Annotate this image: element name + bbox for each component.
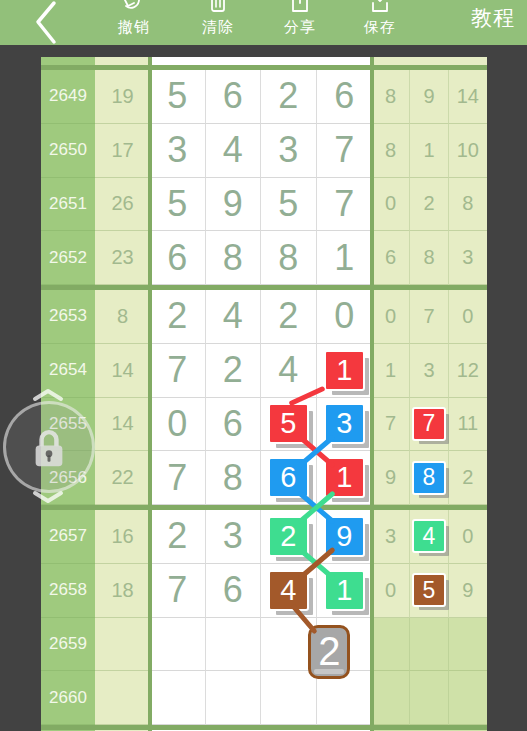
extra-cell[interactable] <box>449 671 487 725</box>
mark-box-blue[interactable]: 3 <box>324 403 365 444</box>
table-row-2658: 2658187641059 <box>41 564 487 618</box>
extra-cell[interactable]: 4 <box>410 510 448 564</box>
extra-cell[interactable] <box>410 671 448 725</box>
period-cell: 2652 <box>41 231 95 285</box>
digit-cell[interactable]: 6 <box>317 70 373 124</box>
extra-cell[interactable]: 8 <box>410 451 448 505</box>
extra-cell[interactable]: 11 <box>449 398 487 452</box>
grid-thick-line-vertical <box>148 57 152 731</box>
digit-cell[interactable]: 7 <box>150 564 206 618</box>
digit-cell[interactable]: 2 <box>261 290 317 344</box>
digit-cell[interactable] <box>150 671 206 725</box>
digit-cell[interactable]: 1 <box>317 344 373 398</box>
digit-cell[interactable]: 9 <box>206 178 262 232</box>
group-separator <box>41 65 487 70</box>
digit-cell[interactable]: 4 <box>206 290 262 344</box>
period-cell: 2650 <box>41 124 95 178</box>
digit-cell[interactable]: 2 <box>261 70 317 124</box>
previous-row-sliver <box>41 57 487 65</box>
digit-cell[interactable]: 3 <box>206 510 262 564</box>
extra-cell[interactable]: 7 <box>410 290 448 344</box>
table-row-2650: 26501734378110 <box>41 124 487 178</box>
period-cell: 2653 <box>41 290 95 344</box>
lock-control[interactable] <box>3 401 95 493</box>
sum-cell: 14 <box>95 398 150 452</box>
digit-cell[interactable]: 5 <box>261 178 317 232</box>
extra-cell[interactable]: 3 <box>372 510 410 564</box>
digit-cell[interactable]: 5 <box>150 178 206 232</box>
extra-cell[interactable]: 0 <box>372 564 410 618</box>
table-row-2655: 26551406537711 <box>41 398 487 452</box>
table-row-2659: 26592 <box>41 618 487 672</box>
digit-cell[interactable]: 4 <box>206 124 262 178</box>
digit-cell[interactable]: 7 <box>317 124 373 178</box>
digit-cell[interactable]: 0 <box>317 290 373 344</box>
mark-box-green[interactable]: 1 <box>324 570 365 611</box>
table-row-2654: 26541472411312 <box>41 344 487 398</box>
digit-cell[interactable]: 2 <box>150 510 206 564</box>
share-button[interactable]: 分享 <box>268 0 332 45</box>
tutorial-button[interactable]: 教程 <box>471 4 515 32</box>
sum-cell: 18 <box>95 564 150 618</box>
table-row-2656: 2656227861982 <box>41 451 487 505</box>
digit-cell[interactable] <box>317 671 373 725</box>
digit-cell[interactable]: 8 <box>206 451 262 505</box>
mark-box-blue[interactable]: 6 <box>268 457 309 498</box>
extra-cell[interactable]: 3 <box>449 231 487 285</box>
digit-cell[interactable]: 6 <box>150 231 206 285</box>
digit-cell[interactable]: 8 <box>206 231 262 285</box>
extra-cell[interactable]: 0 <box>372 290 410 344</box>
table-row-2649: 26491956268914 <box>41 70 487 124</box>
clear-label: 清除 <box>202 18 234 37</box>
digit-cell[interactable]: 3 <box>150 124 206 178</box>
extra-cell[interactable] <box>449 618 487 672</box>
extra-cell[interactable]: 9 <box>449 564 487 618</box>
trend-table: 2649195626891426501734378110265126595702… <box>41 57 487 731</box>
digit-cell[interactable]: 1 <box>317 231 373 285</box>
extra-cell[interactable]: 2 <box>410 178 448 232</box>
digit-cell[interactable]: 9 <box>317 510 373 564</box>
sum-cell: 8 <box>95 290 150 344</box>
extra-cell[interactable] <box>372 618 410 672</box>
table-row-2653: 265382420070 <box>41 290 487 344</box>
extra-cell[interactable]: 10 <box>449 124 487 178</box>
extra-cell[interactable]: 14 <box>449 70 487 124</box>
period-cell: 2659 <box>41 618 95 672</box>
digit-cell[interactable]: 1 <box>317 564 373 618</box>
period-cell: 2657 <box>41 510 95 564</box>
digit-cell[interactable]: 4 <box>261 344 317 398</box>
undo-button[interactable]: 撤销 <box>102 0 166 45</box>
digit-cell[interactable]: 0 <box>150 398 206 452</box>
mark-box-brown[interactable]: 5 <box>412 573 446 607</box>
extra-cell[interactable]: 9 <box>410 70 448 124</box>
sum-cell <box>95 618 150 672</box>
digit-cell[interactable]: 6 <box>206 70 262 124</box>
digit-cell[interactable]: 6 <box>206 564 262 618</box>
table-row-2657: 2657162329340 <box>41 510 487 564</box>
trash-icon <box>206 0 230 15</box>
extra-cell[interactable]: 8 <box>449 178 487 232</box>
grid-thick-line-vertical <box>370 57 374 731</box>
digit-cell[interactable]: 7 <box>317 178 373 232</box>
extra-cell[interactable]: 1 <box>410 124 448 178</box>
undo-label: 撤销 <box>118 18 150 37</box>
digit-cell[interactable]: 7 <box>150 451 206 505</box>
sum-cell: 16 <box>95 510 150 564</box>
digit-cell[interactable]: 7 <box>150 344 206 398</box>
sum-cell: 17 <box>95 124 150 178</box>
digit-cell[interactable]: 1 <box>317 451 373 505</box>
back-chevron-icon <box>32 0 60 45</box>
digit-cell[interactable]: 6 <box>206 398 262 452</box>
undo-icon <box>122 0 146 15</box>
scroll-down-chevron[interactable] <box>30 490 66 504</box>
digit-cell[interactable] <box>261 671 317 725</box>
table-rows: 2649195626891426501734378110265126595702… <box>41 70 487 725</box>
extra-cell[interactable]: 8 <box>410 231 448 285</box>
pending-mark-box[interactable]: 2 <box>308 625 350 679</box>
digit-cell[interactable]: 2 <box>317 618 373 672</box>
digit-cell[interactable] <box>150 618 206 672</box>
sum-cell: 22 <box>95 451 150 505</box>
mark-box-blue[interactable]: 9 <box>324 516 365 557</box>
app-screen: 撤销 清除 分享 保存 教程 <box>0 0 527 731</box>
sum-cell: 19 <box>95 70 150 124</box>
extra-cell[interactable]: 0 <box>449 290 487 344</box>
digit-cell[interactable]: 2 <box>206 344 262 398</box>
extra-cell[interactable]: 8 <box>372 70 410 124</box>
digit-cell[interactable]: 2 <box>261 510 317 564</box>
table-row-2660: 2660 <box>41 671 487 725</box>
table-row-2651: 2651265957028 <box>41 178 487 232</box>
digit-cell[interactable]: 8 <box>261 231 317 285</box>
mark-box-green[interactable]: 4 <box>412 519 446 553</box>
extra-cell[interactable]: 1 <box>372 344 410 398</box>
sum-cell: 14 <box>95 344 150 398</box>
toolbar: 撤销 清除 分享 保存 教程 <box>0 0 527 45</box>
digit-cell[interactable] <box>206 671 262 725</box>
digit-cell[interactable]: 5 <box>150 70 206 124</box>
extra-cell[interactable]: 7 <box>410 398 448 452</box>
save-label: 保存 <box>364 18 396 37</box>
extra-cell[interactable] <box>372 671 410 725</box>
scroll-up-chevron[interactable] <box>30 388 66 402</box>
digit-cell[interactable]: 3 <box>261 124 317 178</box>
group-separator <box>41 725 487 730</box>
period-cell: 2660 <box>41 671 95 725</box>
back-button[interactable] <box>26 0 66 45</box>
mark-box-red[interactable]: 5 <box>268 403 309 444</box>
sum-cell <box>95 671 150 725</box>
share-icon <box>288 0 312 15</box>
digit-cell[interactable]: 4 <box>261 564 317 618</box>
sum-cell: 26 <box>95 178 150 232</box>
extra-cell[interactable]: 7 <box>372 398 410 452</box>
clear-button[interactable]: 清除 <box>186 0 250 45</box>
save-icon <box>368 0 392 15</box>
digit-cell[interactable]: 2 <box>150 290 206 344</box>
share-label: 分享 <box>284 18 316 37</box>
table-row-2652: 2652236881683 <box>41 231 487 285</box>
mark-box-red[interactable]: 7 <box>412 407 446 441</box>
digit-cell[interactable] <box>206 618 262 672</box>
extra-cell[interactable]: 6 <box>372 231 410 285</box>
digit-cell[interactable]: 3 <box>317 398 373 452</box>
digit-cell[interactable]: 5 <box>261 398 317 452</box>
period-cell: 2651 <box>41 178 95 232</box>
mark-box-red[interactable]: 1 <box>324 350 365 391</box>
period-cell: 2658 <box>41 564 95 618</box>
mark-box-blue[interactable]: 8 <box>412 461 446 495</box>
extra-cell[interactable] <box>410 618 448 672</box>
extra-cell[interactable]: 12 <box>449 344 487 398</box>
sum-cell: 23 <box>95 231 150 285</box>
extra-cell[interactable]: 5 <box>410 564 448 618</box>
extra-cell[interactable]: 8 <box>372 124 410 178</box>
period-cell: 2649 <box>41 70 95 124</box>
extra-cell[interactable]: 0 <box>449 510 487 564</box>
lock-icon <box>26 421 72 473</box>
digit-cell[interactable]: 6 <box>261 451 317 505</box>
extra-cell[interactable]: 3 <box>410 344 448 398</box>
mark-box-green[interactable]: 2 <box>268 516 309 557</box>
mark-box-brown[interactable]: 4 <box>268 570 309 611</box>
extra-cell[interactable]: 2 <box>449 451 487 505</box>
mark-box-red[interactable]: 1 <box>324 457 365 498</box>
extra-cell[interactable]: 0 <box>372 178 410 232</box>
save-button[interactable]: 保存 <box>348 0 412 45</box>
extra-cell[interactable]: 9 <box>372 451 410 505</box>
